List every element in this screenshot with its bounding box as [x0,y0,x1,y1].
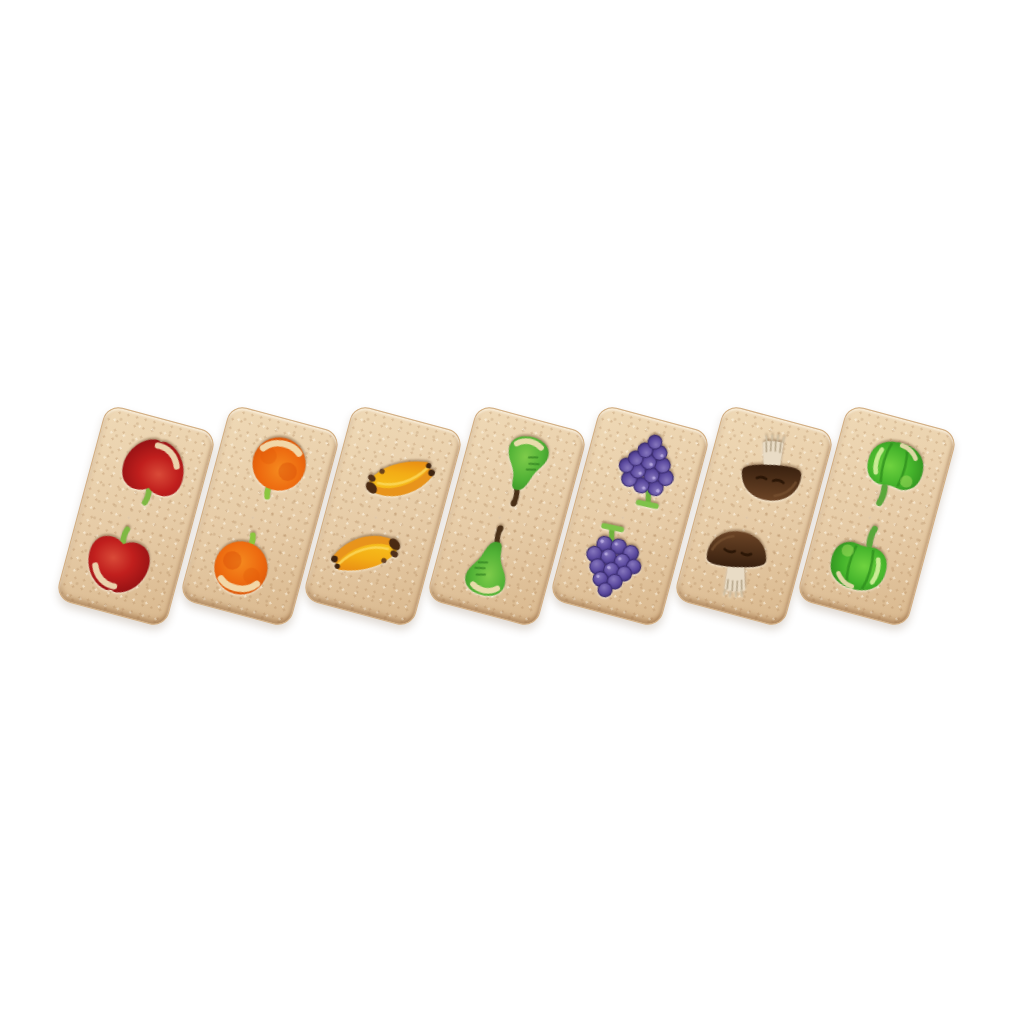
tile-top-image [349,419,452,522]
tile-top-image [472,419,575,522]
bell-pepper-icon [844,421,944,521]
tile-top-image [102,419,205,522]
tile-top-image [596,419,699,522]
apple-icon [103,421,203,521]
tile-top-image [225,419,328,522]
product-photo [0,0,1024,1024]
tile-bottom-image [685,510,788,613]
pear-icon [439,511,539,611]
apple-icon [69,511,169,611]
banana-icon [350,421,450,521]
domino-row [0,0,1024,1024]
tile-bottom-image [561,510,664,613]
tile-top-image [719,419,822,522]
orange-icon [227,421,327,521]
bell-pepper-icon [810,511,910,611]
tile-bottom-image [67,510,170,613]
mushroom-icon [721,421,821,521]
tile-bottom-image [808,510,911,613]
grapes-icon [597,421,697,521]
tile-bottom-image [438,510,541,613]
tile-bottom-image [314,510,417,613]
grapes-icon [563,511,663,611]
pear-icon [474,421,574,521]
orange-icon [192,511,292,611]
tile-top-image [843,419,946,522]
tile-bottom-image [191,510,294,613]
banana-icon [316,511,416,611]
mushroom-icon [686,511,786,611]
